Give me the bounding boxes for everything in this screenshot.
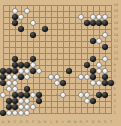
column-label: S (103, 120, 107, 124)
row-label: 14 (114, 33, 121, 37)
row-label: 6 (114, 81, 121, 85)
white-stone[interactable] (30, 92, 36, 98)
black-stone[interactable] (12, 92, 18, 98)
black-stone[interactable] (90, 56, 96, 62)
row-label: 4 (114, 93, 121, 97)
white-stone[interactable] (24, 74, 30, 80)
black-stone[interactable] (18, 62, 24, 68)
white-stone[interactable] (48, 74, 54, 80)
column-label: M (67, 120, 71, 124)
black-stone[interactable] (36, 98, 42, 104)
black-stone[interactable] (24, 92, 30, 98)
row-label: 1 (114, 111, 121, 115)
go-board[interactable]: ABCDEFGHJKLMNOPQRST 19181716151413121110… (0, 0, 120, 126)
row-label: 16 (114, 21, 121, 25)
white-stone[interactable] (102, 32, 108, 38)
white-stone[interactable] (18, 104, 24, 110)
row-label: 17 (114, 15, 121, 19)
black-stone[interactable] (102, 74, 108, 80)
white-stone[interactable] (54, 74, 60, 80)
white-stone[interactable] (78, 14, 84, 20)
white-stone[interactable] (102, 14, 108, 20)
black-stone[interactable] (90, 74, 96, 80)
column-label: J (49, 120, 53, 124)
black-stone[interactable] (6, 104, 12, 110)
row-label: 8 (114, 69, 121, 73)
black-stone[interactable] (90, 38, 96, 44)
black-stone[interactable] (42, 26, 48, 32)
white-stone[interactable] (18, 110, 24, 116)
row-label: 11 (114, 51, 121, 55)
black-stone[interactable] (6, 68, 12, 74)
black-stone[interactable] (84, 62, 90, 68)
row-label: 10 (114, 57, 121, 61)
white-stone[interactable] (12, 86, 18, 92)
row-label: 12 (114, 45, 121, 49)
column-label: T (109, 120, 113, 124)
white-stone[interactable] (78, 74, 84, 80)
row-label: 3 (114, 99, 121, 103)
white-stone[interactable] (24, 8, 30, 14)
black-stone[interactable] (36, 92, 42, 98)
black-stone[interactable] (30, 56, 36, 62)
white-stone[interactable] (0, 92, 6, 98)
row-label: 15 (114, 27, 121, 31)
white-stone[interactable] (36, 68, 42, 74)
black-stone[interactable] (12, 14, 18, 20)
star-point (92, 94, 94, 96)
black-stone[interactable] (102, 92, 108, 98)
black-stone[interactable] (0, 80, 6, 86)
black-stone[interactable] (84, 20, 90, 26)
black-stone[interactable] (12, 20, 18, 26)
white-stone[interactable] (84, 92, 90, 98)
column-label: E (25, 120, 29, 124)
black-stone[interactable] (60, 80, 66, 86)
column-label: K (55, 120, 59, 124)
row-label: 19 (114, 3, 121, 7)
white-stone[interactable] (6, 110, 12, 116)
row-label: 7 (114, 75, 121, 79)
white-stone[interactable] (90, 14, 96, 20)
white-stone[interactable] (102, 56, 108, 62)
white-stone[interactable] (6, 86, 12, 92)
white-stone[interactable] (12, 80, 18, 86)
row-label: 2 (114, 105, 121, 109)
white-stone[interactable] (12, 110, 18, 116)
black-stone[interactable] (96, 20, 102, 26)
black-stone[interactable] (0, 68, 6, 74)
column-label: F (31, 120, 35, 124)
white-stone[interactable] (84, 98, 90, 104)
white-stone[interactable] (102, 68, 108, 74)
black-stone[interactable] (102, 80, 108, 86)
white-stone[interactable] (12, 74, 18, 80)
black-stone[interactable] (18, 74, 24, 80)
white-stone[interactable] (90, 80, 96, 86)
column-label: G (37, 120, 41, 124)
white-stone[interactable] (24, 68, 30, 74)
white-stone[interactable] (18, 98, 24, 104)
black-stone[interactable] (30, 32, 36, 38)
black-stone[interactable] (0, 74, 6, 80)
white-stone[interactable] (30, 20, 36, 26)
black-stone[interactable] (18, 92, 24, 98)
star-point (20, 58, 22, 60)
white-stone[interactable] (96, 14, 102, 20)
column-label: P (85, 120, 89, 124)
white-stone[interactable] (6, 80, 12, 86)
column-label: H (43, 120, 47, 124)
column-label: C (13, 120, 17, 124)
white-stone[interactable] (12, 8, 18, 14)
column-label: R (97, 120, 101, 124)
column-label: D (19, 120, 23, 124)
black-stone[interactable] (66, 68, 72, 74)
column-label: A (1, 120, 5, 124)
black-stone[interactable] (12, 98, 18, 104)
black-stone[interactable] (90, 68, 96, 74)
black-stone[interactable] (90, 20, 96, 26)
white-stone[interactable] (24, 104, 30, 110)
star-point (56, 94, 58, 96)
star-point (20, 22, 22, 24)
black-stone[interactable] (102, 20, 108, 26)
white-stone[interactable] (18, 68, 24, 74)
white-stone[interactable] (30, 104, 36, 110)
white-stone[interactable] (96, 68, 102, 74)
black-stone[interactable] (24, 86, 30, 92)
column-label: Q (91, 120, 95, 124)
black-stone[interactable] (12, 62, 18, 68)
white-stone[interactable] (30, 62, 36, 68)
black-stone[interactable] (102, 44, 108, 50)
black-stone[interactable] (12, 68, 18, 74)
column-label: O (79, 120, 83, 124)
column-label: N (73, 120, 77, 124)
black-stone[interactable] (30, 68, 36, 74)
column-label: L (61, 120, 65, 124)
row-label: 13 (114, 39, 121, 43)
white-stone[interactable] (24, 98, 30, 104)
black-stone[interactable] (96, 92, 102, 98)
white-stone[interactable] (6, 74, 12, 80)
row-label: 18 (114, 9, 121, 13)
row-label: 9 (114, 63, 121, 67)
white-stone[interactable] (18, 14, 24, 20)
white-stone[interactable] (84, 74, 90, 80)
white-stone[interactable] (54, 80, 60, 86)
white-stone[interactable] (96, 62, 102, 68)
black-stone[interactable] (12, 104, 18, 110)
black-stone[interactable] (0, 110, 6, 116)
star-point (56, 22, 58, 24)
white-stone[interactable] (60, 92, 66, 98)
black-stone[interactable] (18, 26, 24, 32)
black-stone[interactable] (12, 56, 18, 62)
white-stone[interactable] (96, 80, 102, 86)
white-stone[interactable] (78, 92, 84, 98)
white-stone[interactable] (24, 110, 30, 116)
black-stone[interactable] (6, 98, 12, 104)
white-stone[interactable] (96, 38, 102, 44)
star-point (56, 58, 58, 60)
black-stone[interactable] (24, 62, 30, 68)
row-label: 5 (114, 87, 121, 91)
column-label: B (7, 120, 11, 124)
black-stone[interactable] (90, 98, 96, 104)
